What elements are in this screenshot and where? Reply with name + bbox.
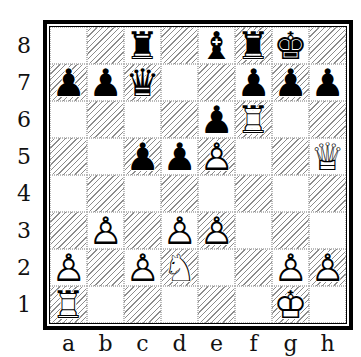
rank-label-3: 3 xyxy=(4,212,44,249)
square-b8[interactable] xyxy=(87,27,124,64)
white-pawn: ♟♙ xyxy=(125,249,159,287)
file-label-d: d xyxy=(161,332,198,356)
rank-labels: 87654321 xyxy=(4,27,44,323)
square-g8[interactable]: ♚ xyxy=(272,27,309,64)
white-king: ♚♔ xyxy=(273,286,307,324)
square-b5[interactable] xyxy=(87,138,124,175)
white-pawn: ♟♙ xyxy=(273,249,307,287)
black-pawn: ♟ xyxy=(236,64,270,102)
file-label-f: f xyxy=(235,332,272,356)
black-rook: ♜ xyxy=(236,27,270,65)
square-f8[interactable]: ♜ xyxy=(235,27,272,64)
square-h3[interactable] xyxy=(309,212,346,249)
square-b2[interactable] xyxy=(87,249,124,286)
square-f1[interactable] xyxy=(235,286,272,323)
rank-label-2: 2 xyxy=(4,249,44,286)
square-e3[interactable]: ♟♙ xyxy=(198,212,235,249)
square-f6[interactable]: ♜♖ xyxy=(235,101,272,138)
square-d5[interactable]: ♟ xyxy=(161,138,198,175)
square-c4[interactable] xyxy=(124,175,161,212)
square-f3[interactable] xyxy=(235,212,272,249)
square-c1[interactable] xyxy=(124,286,161,323)
white-pawn: ♟♙ xyxy=(51,249,85,287)
square-e4[interactable] xyxy=(198,175,235,212)
black-pawn: ♟ xyxy=(51,64,85,102)
rank-label-6: 6 xyxy=(4,101,44,138)
chess-board: ♜♝♜♚♟♟♛♟♟♟♟♜♖♟♟♟♙♛♕♟♙♟♙♟♙♟♙♟♙♞♘♟♙♟♙♜♖♚♔ xyxy=(43,20,353,330)
square-g1[interactable]: ♚♔ xyxy=(272,286,309,323)
square-c2[interactable]: ♟♙ xyxy=(124,249,161,286)
black-king: ♚ xyxy=(273,27,307,65)
square-h8[interactable] xyxy=(309,27,346,64)
square-a8[interactable] xyxy=(50,27,87,64)
square-d7[interactable] xyxy=(161,64,198,101)
square-d1[interactable] xyxy=(161,286,198,323)
square-h6[interactable] xyxy=(309,101,346,138)
square-h7[interactable]: ♟ xyxy=(309,64,346,101)
square-a5[interactable] xyxy=(50,138,87,175)
file-label-g: g xyxy=(272,332,309,356)
square-c6[interactable] xyxy=(124,101,161,138)
rank-label-7: 7 xyxy=(4,64,44,101)
rank-label-4: 4 xyxy=(4,175,44,212)
square-a3[interactable] xyxy=(50,212,87,249)
square-e5[interactable]: ♟♙ xyxy=(198,138,235,175)
black-pawn: ♟ xyxy=(88,64,122,102)
file-label-b: b xyxy=(87,332,124,356)
white-rook: ♜♖ xyxy=(236,101,270,139)
square-h5[interactable]: ♛♕ xyxy=(309,138,346,175)
square-c5[interactable]: ♟ xyxy=(124,138,161,175)
square-g5[interactable] xyxy=(272,138,309,175)
square-g3[interactable] xyxy=(272,212,309,249)
board-inner-frame: ♜♝♜♚♟♟♛♟♟♟♟♜♖♟♟♟♙♛♕♟♙♟♙♟♙♟♙♟♙♞♘♟♙♟♙♜♖♚♔ xyxy=(49,26,347,324)
black-queen: ♛ xyxy=(125,64,159,102)
black-pawn: ♟ xyxy=(125,138,159,176)
chess-diagram: 87654321 ♜♝♜♚♟♟♛♟♟♟♟♜♖♟♟♟♙♛♕♟♙♟♙♟♙♟♙♟♙♞♘… xyxy=(0,0,361,357)
square-c3[interactable] xyxy=(124,212,161,249)
file-label-a: a xyxy=(50,332,87,356)
square-d4[interactable] xyxy=(161,175,198,212)
square-g7[interactable]: ♟ xyxy=(272,64,309,101)
file-labels: abcdefgh xyxy=(50,332,346,356)
square-g4[interactable] xyxy=(272,175,309,212)
square-e6[interactable]: ♟ xyxy=(198,101,235,138)
square-g6[interactable] xyxy=(272,101,309,138)
file-label-h: h xyxy=(309,332,346,356)
white-knight: ♞♘ xyxy=(162,249,196,287)
board-grid: ♜♝♜♚♟♟♛♟♟♟♟♜♖♟♟♟♙♛♕♟♙♟♙♟♙♟♙♟♙♞♘♟♙♟♙♜♖♚♔ xyxy=(50,27,346,323)
white-pawn: ♟♙ xyxy=(310,249,344,287)
black-bishop: ♝ xyxy=(199,27,233,65)
square-f2[interactable] xyxy=(235,249,272,286)
square-f4[interactable] xyxy=(235,175,272,212)
square-a1[interactable]: ♜♖ xyxy=(50,286,87,323)
square-a4[interactable] xyxy=(50,175,87,212)
square-b7[interactable]: ♟ xyxy=(87,64,124,101)
file-label-c: c xyxy=(124,332,161,356)
white-rook: ♜♖ xyxy=(51,286,85,324)
square-d2[interactable]: ♞♘ xyxy=(161,249,198,286)
square-c7[interactable]: ♛ xyxy=(124,64,161,101)
rank-label-5: 5 xyxy=(4,138,44,175)
square-a2[interactable]: ♟♙ xyxy=(50,249,87,286)
white-pawn: ♟♙ xyxy=(199,138,233,176)
square-b1[interactable] xyxy=(87,286,124,323)
square-e2[interactable] xyxy=(198,249,235,286)
black-pawn: ♟ xyxy=(310,64,344,102)
square-g2[interactable]: ♟♙ xyxy=(272,249,309,286)
file-label-e: e xyxy=(198,332,235,356)
square-e7[interactable] xyxy=(198,64,235,101)
white-pawn: ♟♙ xyxy=(199,212,233,250)
square-d3[interactable]: ♟♙ xyxy=(161,212,198,249)
white-pawn: ♟♙ xyxy=(162,212,196,250)
square-a6[interactable] xyxy=(50,101,87,138)
square-d8[interactable] xyxy=(161,27,198,64)
square-b4[interactable] xyxy=(87,175,124,212)
square-e8[interactable]: ♝ xyxy=(198,27,235,64)
square-f5[interactable] xyxy=(235,138,272,175)
square-f7[interactable]: ♟ xyxy=(235,64,272,101)
square-a7[interactable]: ♟ xyxy=(50,64,87,101)
square-h2[interactable]: ♟♙ xyxy=(309,249,346,286)
rank-label-1: 1 xyxy=(4,286,44,323)
black-pawn: ♟ xyxy=(273,64,307,102)
square-d6[interactable] xyxy=(161,101,198,138)
black-pawn: ♟ xyxy=(199,101,233,139)
square-e1[interactable] xyxy=(198,286,235,323)
square-h4[interactable] xyxy=(309,175,346,212)
white-queen: ♛♕ xyxy=(310,138,344,176)
rank-label-8: 8 xyxy=(4,27,44,64)
square-b6[interactable] xyxy=(87,101,124,138)
black-rook: ♜ xyxy=(125,27,159,65)
white-pawn: ♟♙ xyxy=(88,212,122,250)
square-h1[interactable] xyxy=(309,286,346,323)
square-b3[interactable]: ♟♙ xyxy=(87,212,124,249)
square-c8[interactable]: ♜ xyxy=(124,27,161,64)
black-pawn: ♟ xyxy=(162,138,196,176)
